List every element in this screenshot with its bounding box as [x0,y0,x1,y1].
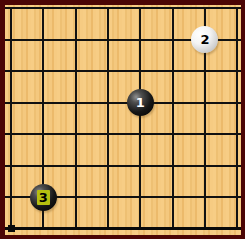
stone-move-number: 1 [136,96,145,109]
grid-line-horizontal [5,70,241,72]
stone-black-move-3: 3 [30,184,57,211]
grid-line-horizontal [5,7,241,9]
go-board[interactable]: 123 [5,5,241,235]
board-edge-line-bottom [5,227,241,230]
grid-line-horizontal [5,133,241,135]
stone-black-move-1: 1 [127,89,154,116]
stone-move-number-highlighted: 3 [37,190,50,205]
hoshi-dot [8,225,15,232]
stone-move-number: 2 [200,33,209,46]
grid-line-horizontal [5,165,241,167]
grid-line-horizontal [5,102,241,104]
stone-white-move-2: 2 [191,26,218,53]
board-frame: 123 [0,0,245,239]
